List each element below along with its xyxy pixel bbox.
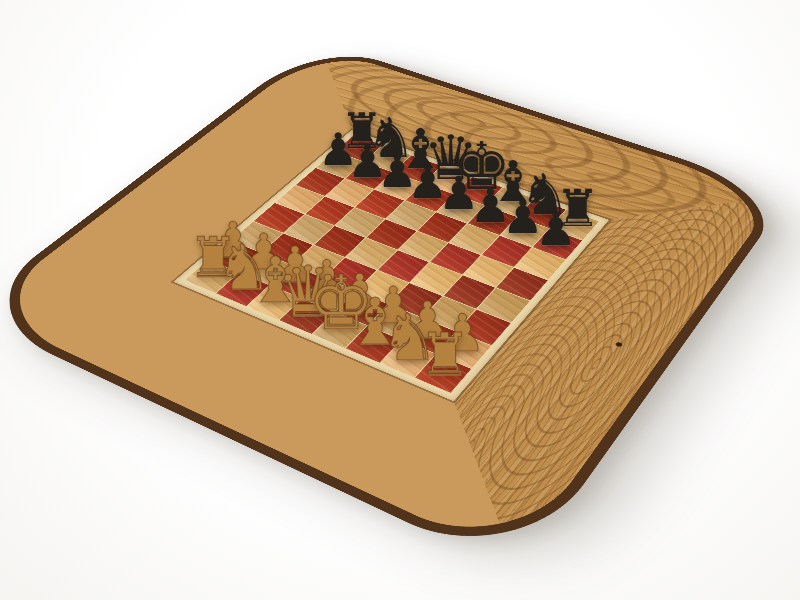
photo-canvas: ♜♞♟♝♟♛♟♚♟♝♟♞♟♜♟♟♟♟♜♟♞♟♝♟♛♟♚♟♝♟♞♜	[0, 0, 800, 600]
scene	[0, 0, 800, 600]
olive-wood-slab	[0, 41, 791, 575]
